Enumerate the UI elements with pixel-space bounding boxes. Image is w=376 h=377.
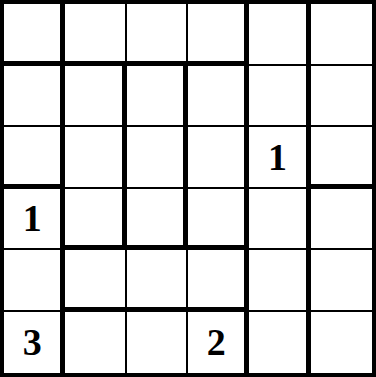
cell-r5c4[interactable] — [188, 250, 249, 312]
cell-r1c4[interactable] — [188, 4, 249, 66]
cell-r6c5[interactable] — [249, 312, 310, 374]
cell-r2c1[interactable] — [4, 66, 65, 128]
cell-r1c5[interactable] — [249, 4, 310, 66]
cell-r3c4[interactable] — [188, 127, 249, 189]
cell-r3c2[interactable] — [65, 127, 126, 189]
cell-r5c6[interactable] — [311, 250, 372, 312]
cell-r4c5[interactable] — [249, 189, 310, 251]
cell-r3c6[interactable] — [311, 127, 372, 189]
cell-r3c5-given: 1 — [249, 127, 310, 189]
cell-r1c3[interactable] — [127, 4, 188, 66]
cell-r6c3[interactable] — [127, 312, 188, 374]
cell-r4c6[interactable] — [311, 189, 372, 251]
puzzle-page: 1132 — [0, 0, 376, 377]
cell-r2c5[interactable] — [249, 66, 310, 128]
cell-r4c2[interactable] — [65, 189, 126, 251]
cell-r5c2[interactable] — [65, 250, 126, 312]
cell-r5c1[interactable] — [4, 250, 65, 312]
cell-r3c1[interactable] — [4, 127, 65, 189]
cell-r2c3[interactable] — [127, 66, 188, 128]
cell-r6c1-given: 3 — [4, 312, 65, 374]
cell-r3c3[interactable] — [127, 127, 188, 189]
cell-r5c3[interactable] — [127, 250, 188, 312]
cell-r1c1[interactable] — [4, 4, 65, 66]
cell-r6c6[interactable] — [311, 312, 372, 374]
cell-r2c6[interactable] — [311, 66, 372, 128]
cell-r6c4-given: 2 — [188, 312, 249, 374]
cell-r5c5[interactable] — [249, 250, 310, 312]
cell-r1c2[interactable] — [65, 4, 126, 66]
cell-r4c4[interactable] — [188, 189, 249, 251]
cell-r2c2[interactable] — [65, 66, 126, 128]
cell-r4c3[interactable] — [127, 189, 188, 251]
cell-r1c6[interactable] — [311, 4, 372, 66]
cell-r2c4[interactable] — [188, 66, 249, 128]
puzzle-board: 1132 — [0, 0, 376, 377]
cell-r4c1-given: 1 — [4, 189, 65, 251]
cell-r6c2[interactable] — [65, 312, 126, 374]
